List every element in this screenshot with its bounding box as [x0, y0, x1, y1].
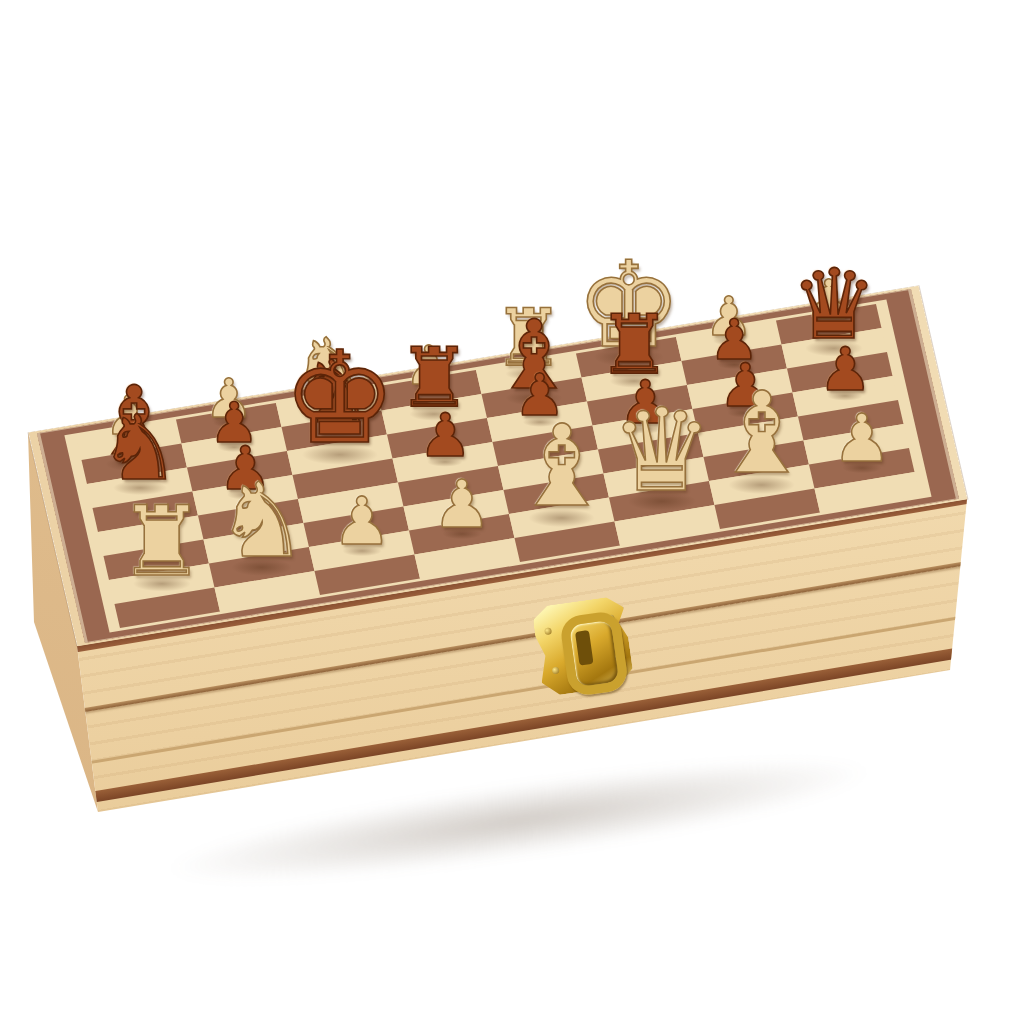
piece-white-R-a2: ♜ [118, 493, 205, 590]
piece-white-B-g2: ♝ [711, 379, 812, 492]
piece-white-B-e2: ♝ [511, 412, 612, 525]
piece-black-P-d5: ♟ [418, 406, 472, 466]
piece-white-P-c2: ♟ [332, 489, 391, 555]
piece-black-N-a6: ♞ [99, 403, 180, 493]
piece-white-N-b2: ♞ [216, 471, 308, 574]
gold-clasp-latch [531, 595, 635, 697]
product-photo: ♟♟♞♟♜♚♟♟♝♟♞♜♝♜♟♛♞♚♟♟♟♟♟♟♜♞♟♟♝♛♝♟ [0, 0, 1024, 1024]
piece-black-P-h5: ♟ [818, 340, 872, 400]
piece-black-K-c6: ♚ [283, 335, 397, 463]
piece-white-Q-f2: ♛ [610, 394, 713, 508]
piece-white-P-d2: ♟ [432, 472, 491, 538]
piece-white-P-h2: ♟ [832, 406, 891, 472]
clasp-hasp-loop [559, 610, 630, 698]
